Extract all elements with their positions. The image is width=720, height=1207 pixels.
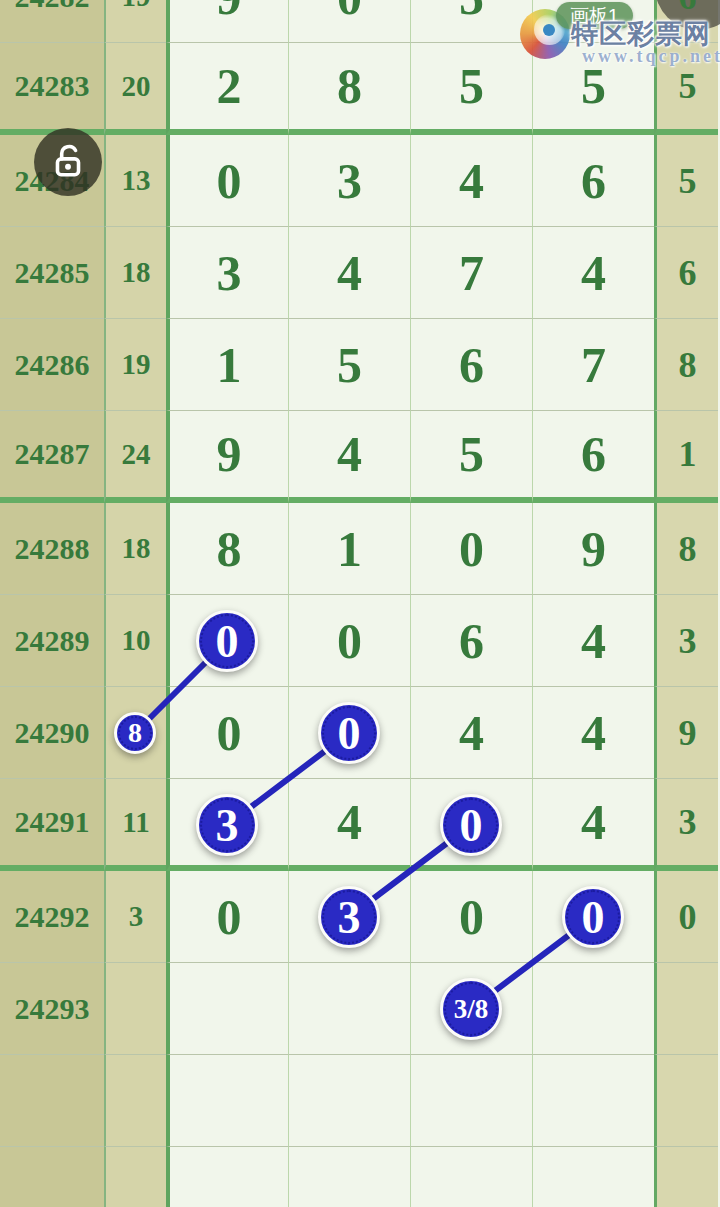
cell-24289-count: 10 [104, 595, 166, 687]
cell-24282-d2: 0 [288, 0, 410, 43]
cell-24282-issue: 24282 [0, 0, 104, 43]
cell-24288-tail: 8 [654, 503, 718, 595]
cell-24289-issue: 24289 [0, 595, 104, 687]
cell-value: 24282 [15, 0, 90, 14]
cell-24285-issue: 24285 [0, 227, 104, 319]
prediction-mark-24290-count[interactable]: 8 [114, 712, 156, 754]
cell-24282-count: 19 [104, 0, 166, 43]
cell-value: 3 [217, 244, 242, 302]
cell-24291-issue: 24291 [0, 779, 104, 871]
cell-24284-d1: 0 [166, 135, 288, 227]
cell-value: 4 [337, 244, 362, 302]
cell-24286-issue: 24286 [0, 319, 104, 411]
cell-24284-d3: 4 [410, 135, 532, 227]
cell-24286-d3: 6 [410, 319, 532, 411]
cell-value: 18 [122, 256, 151, 289]
cell-24284-tail: 5 [654, 135, 718, 227]
cell-24290-d1: 0 [166, 687, 288, 779]
trend-chart-grid: 2428219905624283202855524284130346524285… [0, 0, 720, 1207]
cell-value: 24292 [15, 900, 90, 934]
cell-24285-d2: 4 [288, 227, 410, 319]
cell-24289-tail: 3 [654, 595, 718, 687]
cell-value: 0 [459, 520, 484, 578]
cell-value: 19 [122, 348, 151, 381]
cell-value: 4 [337, 425, 362, 483]
cell-value: 5 [679, 160, 697, 202]
cell-r13-count [104, 1147, 166, 1207]
cell-value: 18 [122, 532, 151, 565]
cell-24291-count: 11 [104, 779, 166, 871]
cell-value: 6 [459, 336, 484, 394]
cell-value: 24 [122, 438, 151, 471]
cell-value: 24289 [15, 624, 90, 658]
cell-24293-d1 [166, 963, 288, 1055]
cell-24288-d2: 1 [288, 503, 410, 595]
cell-r12-d2 [288, 1055, 410, 1147]
cell-value: 0 [217, 152, 242, 210]
cell-value: 0 [459, 888, 484, 946]
cell-24293-issue: 24293 [0, 963, 104, 1055]
cell-24285-count: 18 [104, 227, 166, 319]
cell-24287-d4: 6 [532, 411, 654, 503]
cell-value: 1 [217, 336, 242, 394]
cell-value: 8 [679, 528, 697, 570]
cell-24292-tail: 0 [654, 871, 718, 963]
cell-24288-d3: 0 [410, 503, 532, 595]
cell-value: 4 [459, 704, 484, 762]
cell-value: 11 [122, 806, 149, 839]
cell-value: 24290 [15, 716, 90, 750]
cell-value: 4 [581, 704, 606, 762]
cell-24285-d3: 7 [410, 227, 532, 319]
cell-24287-tail: 1 [654, 411, 718, 503]
cell-value: 24283 [15, 69, 90, 103]
cell-value: 9 [581, 520, 606, 578]
cell-24287-d2: 4 [288, 411, 410, 503]
cell-value: 4 [581, 793, 606, 851]
cell-r13-d2 [288, 1147, 410, 1207]
cell-value: 6 [581, 152, 606, 210]
cell-value: 3 [679, 620, 697, 662]
cell-r12-d1 [166, 1055, 288, 1147]
cell-24293-d4 [532, 963, 654, 1055]
cell-24289-d4: 4 [532, 595, 654, 687]
prediction-mark-24291-d1[interactable]: 3 [196, 794, 258, 856]
watermark-site-url: www.tqcp.net [582, 46, 720, 67]
cell-value: 9 [217, 425, 242, 483]
cell-r12-d3 [410, 1055, 532, 1147]
cell-24289-d3: 6 [410, 595, 532, 687]
cell-value: 9 [679, 712, 697, 754]
cell-24283-issue: 24283 [0, 43, 104, 135]
cell-r13-issue [0, 1147, 104, 1207]
cell-24290-d3: 4 [410, 687, 532, 779]
cell-24285-d1: 3 [166, 227, 288, 319]
cell-24289-d2: 0 [288, 595, 410, 687]
cell-value: 6 [581, 425, 606, 483]
cell-24284-d2: 3 [288, 135, 410, 227]
cell-value: 6 [459, 612, 484, 670]
cell-value: 10 [122, 624, 151, 657]
cell-value: 0 [337, 612, 362, 670]
cell-value: 24287 [15, 437, 90, 471]
cell-value: 4 [581, 244, 606, 302]
cell-r13-d1 [166, 1147, 288, 1207]
cell-value: 5 [459, 0, 484, 26]
cell-value: 8 [217, 520, 242, 578]
cell-24288-issue: 24288 [0, 503, 104, 595]
cell-24287-issue: 24287 [0, 411, 104, 503]
cell-value: 7 [581, 336, 606, 394]
cell-r12-issue [0, 1055, 104, 1147]
cell-value: 24291 [15, 805, 90, 839]
cell-value: 0 [337, 0, 362, 26]
cell-value: 4 [459, 152, 484, 210]
cell-value: 1 [679, 433, 697, 475]
cell-value: 0 [217, 888, 242, 946]
cell-24288-d4: 9 [532, 503, 654, 595]
cell-r12-d4 [532, 1055, 654, 1147]
cell-r13-d4 [532, 1147, 654, 1207]
cell-24285-tail: 6 [654, 227, 718, 319]
cell-value: 6 [679, 252, 697, 294]
cell-24290-d4: 4 [532, 687, 654, 779]
cell-24291-tail: 3 [654, 779, 718, 871]
cell-24287-d3: 5 [410, 411, 532, 503]
prediction-mark-24291-d3[interactable]: 0 [440, 794, 502, 856]
cell-value: 8 [337, 57, 362, 115]
unlock-button[interactable] [34, 128, 102, 196]
prediction-mark-24293-d3[interactable]: 3/8 [440, 978, 502, 1040]
prediction-mark-24292-d4[interactable]: 0 [562, 886, 624, 948]
cell-r12-tail [654, 1055, 718, 1147]
cell-r13-tail [654, 1147, 718, 1207]
cell-value: 3 [337, 152, 362, 210]
prediction-mark-24292-d2[interactable]: 3 [318, 886, 380, 948]
cell-value: 7 [459, 244, 484, 302]
cell-value: 4 [337, 793, 362, 851]
cell-24291-d4: 4 [532, 779, 654, 871]
cell-value: 19 [122, 0, 151, 13]
cell-value: 5 [337, 336, 362, 394]
lottery-trend-chart-screen: 2428219905624283202855524284130346524285… [0, 0, 720, 1207]
cell-value: 0 [679, 896, 697, 938]
cell-24284-d4: 6 [532, 135, 654, 227]
cell-value: 3 [129, 900, 144, 933]
cell-24283-count: 20 [104, 43, 166, 135]
cell-24283-d1: 2 [166, 43, 288, 135]
cell-24286-tail: 8 [654, 319, 718, 411]
cell-r12-count [104, 1055, 166, 1147]
cell-24292-d1: 0 [166, 871, 288, 963]
cell-value: 20 [122, 70, 151, 103]
cell-value: 2 [217, 57, 242, 115]
cell-24283-d2: 8 [288, 43, 410, 135]
cell-24283-d3: 5 [410, 43, 532, 135]
cell-24290-issue: 24290 [0, 687, 104, 779]
cell-value: 3 [679, 801, 697, 843]
cell-value: 5 [459, 57, 484, 115]
prediction-mark-24290-d2[interactable]: 0 [318, 702, 380, 764]
cell-24286-d2: 5 [288, 319, 410, 411]
cell-value: 1 [337, 520, 362, 578]
cell-24284-count: 13 [104, 135, 166, 227]
cell-24286-d4: 7 [532, 319, 654, 411]
prediction-mark-24289-d1[interactable]: 0 [196, 610, 258, 672]
cell-value: 24288 [15, 532, 90, 566]
cell-r13-d3 [410, 1147, 532, 1207]
cell-24287-d1: 9 [166, 411, 288, 503]
cell-24285-d4: 4 [532, 227, 654, 319]
unlocked-padlock-icon [48, 141, 88, 184]
cell-24286-count: 19 [104, 319, 166, 411]
cell-24293-tail [654, 963, 718, 1055]
cell-value: 6 [679, 0, 697, 18]
cell-24293-d2 [288, 963, 410, 1055]
cell-24282-d3: 5 [410, 0, 532, 43]
cell-value: 0 [217, 704, 242, 762]
cell-24282-d1: 9 [166, 0, 288, 43]
cell-24288-count: 18 [104, 503, 166, 595]
cell-24292-issue: 24292 [0, 871, 104, 963]
cell-value: 5 [679, 65, 697, 107]
cell-value: 9 [217, 0, 242, 26]
cell-value: 24286 [15, 348, 90, 382]
cell-24288-d1: 8 [166, 503, 288, 595]
cell-24292-count: 3 [104, 871, 166, 963]
cell-24293-count [104, 963, 166, 1055]
cell-value: 8 [679, 344, 697, 386]
cell-24291-d2: 4 [288, 779, 410, 871]
cell-24286-d1: 1 [166, 319, 288, 411]
cell-value: 4 [581, 612, 606, 670]
cell-value: 24285 [15, 256, 90, 290]
cell-24287-count: 24 [104, 411, 166, 503]
cell-value: 5 [459, 425, 484, 483]
cell-value: 13 [122, 164, 151, 197]
cell-value: 24293 [15, 992, 90, 1026]
cell-24292-d3: 0 [410, 871, 532, 963]
cell-24290-tail: 9 [654, 687, 718, 779]
